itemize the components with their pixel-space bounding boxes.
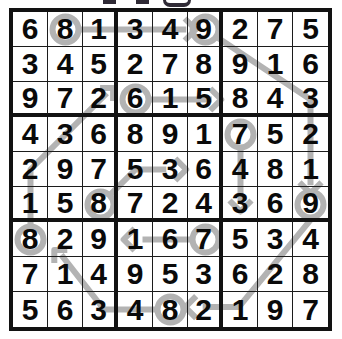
cropped-heading-remnant: [103, 0, 116, 4]
sudoku-cell-r4c7: 7: [223, 117, 258, 152]
sudoku-cell-r5c9: 1: [293, 152, 328, 187]
sudoku-cell-r7c2: 2: [48, 222, 83, 257]
sudoku-cell-r6c5: 2: [153, 187, 188, 222]
sudoku-cell-r2c5: 7: [153, 47, 188, 82]
sudoku-cell-r7c5: 6: [153, 222, 188, 257]
sudoku-cell-r3c3: 2: [83, 82, 118, 117]
sudoku-cell-r1c9: 5: [293, 12, 328, 47]
sudoku-cell-r1c2: 8: [48, 12, 83, 47]
sudoku-cell-r2c8: 1: [258, 47, 293, 82]
sudoku-cell-r9c5: 8: [153, 292, 188, 327]
sudoku-cell-r8c7: 6: [223, 257, 258, 292]
sudoku-cell-r9c3: 3: [83, 292, 118, 327]
sudoku-cell-r6c2: 5: [48, 187, 83, 222]
sudoku-cell-r1c6: 9: [188, 12, 223, 47]
sudoku-cell-r5c5: 3: [153, 152, 188, 187]
sudoku-cell-r4c2: 3: [48, 117, 83, 152]
sudoku-cell-r4c9: 2: [293, 117, 328, 152]
sudoku-cell-r2c7: 9: [223, 47, 258, 82]
sudoku-cell-r6c4: 7: [118, 187, 153, 222]
sudoku-cell-r5c3: 7: [83, 152, 118, 187]
sudoku-cell-r3c6: 5: [188, 82, 223, 117]
sudoku-cell-r7c8: 3: [258, 222, 293, 257]
sudoku-cell-r5c1: 2: [13, 152, 48, 187]
sudoku-cell-r8c9: 8: [293, 257, 328, 292]
sudoku-cell-r7c7: 5: [223, 222, 258, 257]
sudoku-cell-r4c8: 5: [258, 117, 293, 152]
sudoku-cell-r2c6: 8: [188, 47, 223, 82]
sudoku-cell-r4c4: 8: [118, 117, 153, 152]
sudoku-cell-r6c9: 9: [293, 187, 328, 222]
sudoku-cell-r7c1: 8: [13, 222, 48, 257]
cropped-heading-remnant: [136, 0, 149, 4]
sudoku-cell-r2c9: 6: [293, 47, 328, 82]
sudoku-cell-r7c4: 1: [118, 222, 153, 257]
sudoku-cell-r7c9: 4: [293, 222, 328, 257]
sudoku-cell-r9c6: 2: [188, 292, 223, 327]
sudoku-cell-r8c8: 2: [258, 257, 293, 292]
sudoku-cell-r1c1: 6: [13, 12, 48, 47]
sudoku-cell-r9c9: 7: [293, 292, 328, 327]
sudoku-cell-r6c6: 4: [188, 187, 223, 222]
sudoku-cell-r4c6: 1: [188, 117, 223, 152]
sudoku-cell-r3c1: 9: [13, 82, 48, 117]
sudoku-cell-r1c5: 4: [153, 12, 188, 47]
sudoku-cell-r8c1: 7: [13, 257, 48, 292]
sudoku-cell-r4c3: 6: [83, 117, 118, 152]
sudoku-cell-r7c6: 7: [188, 222, 223, 257]
sudoku-cell-r8c5: 5: [153, 257, 188, 292]
sudoku-cell-r2c2: 4: [48, 47, 83, 82]
sudoku-cell-r7c3: 9: [83, 222, 118, 257]
sudoku-cell-r9c2: 6: [48, 292, 83, 327]
sudoku-cell-r3c8: 4: [258, 82, 293, 117]
sudoku-cell-r6c1: 1: [13, 187, 48, 222]
sudoku-cell-r1c8: 7: [258, 12, 293, 47]
sudoku-cell-r2c1: 3: [13, 47, 48, 82]
sudoku-cell-r9c4: 4: [118, 292, 153, 327]
sudoku-cell-r2c4: 2: [118, 47, 153, 82]
sudoku-cell-r8c2: 1: [48, 257, 83, 292]
sudoku-cell-r8c3: 4: [83, 257, 118, 292]
sudoku-cell-r5c8: 8: [258, 152, 293, 187]
sudoku-cell-r2c3: 5: [83, 47, 118, 82]
sudoku-board: 6813492753452789169726158434368917522975…: [9, 8, 332, 331]
sudoku-cell-r9c8: 9: [258, 292, 293, 327]
sudoku-cell-r5c4: 5: [118, 152, 153, 187]
sudoku-cell-r9c1: 5: [13, 292, 48, 327]
sudoku-cell-r9c7: 1: [223, 292, 258, 327]
sudoku-page: 6813492753452789169726158434368917522975…: [0, 0, 342, 339]
sudoku-cell-r1c4: 3: [118, 12, 153, 47]
sudoku-cell-r1c7: 2: [223, 12, 258, 47]
sudoku-cell-r3c2: 7: [48, 82, 83, 117]
sudoku-cell-r4c1: 4: [13, 117, 48, 152]
sudoku-cell-r1c3: 1: [83, 12, 118, 47]
sudoku-cell-r4c5: 9: [153, 117, 188, 152]
sudoku-cell-r6c7: 3: [223, 187, 258, 222]
sudoku-cell-r3c4: 6: [118, 82, 153, 117]
cropped-heading-remnant: [163, 0, 191, 7]
sudoku-cell-r3c5: 1: [153, 82, 188, 117]
sudoku-cell-r3c9: 3: [293, 82, 328, 117]
sudoku-cell-r5c7: 4: [223, 152, 258, 187]
sudoku-cell-r3c7: 8: [223, 82, 258, 117]
sudoku-cell-r6c3: 8: [83, 187, 118, 222]
sudoku-cell-r8c6: 3: [188, 257, 223, 292]
sudoku-cell-r5c6: 6: [188, 152, 223, 187]
sudoku-cell-r6c8: 6: [258, 187, 293, 222]
sudoku-cell-r8c4: 9: [118, 257, 153, 292]
sudoku-cell-r5c2: 9: [48, 152, 83, 187]
